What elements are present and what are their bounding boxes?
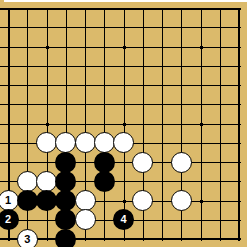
intersection (114, 152, 133, 171)
intersection (172, 172, 191, 191)
intersection (114, 18, 133, 37)
intersection (0, 18, 18, 37)
intersection (37, 0, 56, 18)
intersection (172, 95, 191, 114)
intersection (56, 0, 75, 18)
intersection (56, 133, 75, 152)
intersection (56, 95, 75, 114)
intersection (114, 95, 133, 114)
intersection (133, 95, 152, 114)
intersection (18, 0, 37, 18)
intersection (18, 95, 37, 114)
intersection (152, 95, 171, 114)
intersection (191, 152, 210, 171)
intersection (56, 210, 75, 229)
intersection (75, 210, 94, 229)
intersection (152, 172, 171, 191)
intersection (172, 0, 191, 18)
intersection (56, 114, 75, 133)
white-stone (36, 171, 57, 192)
intersection (210, 18, 229, 37)
intersection (95, 0, 114, 18)
white-stone (17, 171, 38, 192)
intersection (0, 95, 18, 114)
intersection (152, 18, 171, 37)
intersection (152, 133, 171, 152)
intersection (75, 229, 94, 247)
intersection (37, 18, 56, 37)
go-board-diagram: 1243 (0, 0, 247, 247)
intersection (229, 229, 247, 247)
intersection (133, 18, 152, 37)
move-number-label: 2 (5, 214, 11, 225)
page-edge-strip (4, 0, 247, 2)
intersection (0, 56, 18, 75)
intersection (229, 114, 247, 133)
intersection (56, 18, 75, 37)
intersection (95, 229, 114, 247)
intersection (133, 172, 152, 191)
intersection (191, 95, 210, 114)
black-stone (94, 171, 115, 192)
black-stone-move-2: 2 (0, 209, 19, 230)
intersection (37, 114, 56, 133)
black-stone (17, 190, 38, 211)
black-stone (36, 190, 57, 211)
intersection (95, 56, 114, 75)
intersection (172, 37, 191, 56)
intersection (152, 75, 171, 94)
intersection (95, 191, 114, 210)
white-stone (132, 152, 153, 173)
intersection (114, 172, 133, 191)
intersection (0, 75, 18, 94)
intersection: 4 (114, 210, 133, 229)
intersection (18, 75, 37, 94)
intersection (172, 18, 191, 37)
intersection (210, 75, 229, 94)
intersection (172, 75, 191, 94)
intersection (229, 37, 247, 56)
intersection (37, 75, 56, 94)
white-stone (75, 132, 96, 153)
intersection (191, 191, 210, 210)
intersection (56, 191, 75, 210)
white-stone (171, 190, 192, 211)
intersection (172, 191, 191, 210)
move-number-label: 4 (120, 214, 126, 225)
intersection (114, 75, 133, 94)
intersection (172, 210, 191, 229)
black-stone (55, 229, 76, 247)
intersection (152, 37, 171, 56)
intersection (229, 172, 247, 191)
intersection (56, 172, 75, 191)
intersection (229, 191, 247, 210)
intersection (152, 152, 171, 171)
intersection (191, 229, 210, 247)
intersection (191, 0, 210, 18)
intersection (229, 152, 247, 171)
intersection (37, 172, 56, 191)
white-stone-move-1: 1 (0, 190, 19, 211)
intersection (18, 191, 37, 210)
intersection (56, 56, 75, 75)
intersection (152, 0, 171, 18)
intersection (114, 133, 133, 152)
intersection (37, 56, 56, 75)
move-number-label: 1 (5, 195, 11, 206)
intersection (37, 152, 56, 171)
intersection (37, 133, 56, 152)
intersection (191, 172, 210, 191)
intersection (133, 210, 152, 229)
intersection (114, 0, 133, 18)
black-stone (55, 171, 76, 192)
black-stone-move-4: 4 (113, 209, 134, 230)
intersection: 2 (0, 210, 18, 229)
intersection (0, 229, 18, 247)
intersection (210, 133, 229, 152)
intersection (75, 95, 94, 114)
go-board: 1243 (0, 0, 247, 247)
white-stone (113, 132, 134, 153)
white-stone (75, 190, 96, 211)
intersection (133, 75, 152, 94)
intersection (172, 152, 191, 171)
intersection (191, 133, 210, 152)
intersection (37, 210, 56, 229)
intersection (114, 37, 133, 56)
intersection (210, 229, 229, 247)
intersection (172, 133, 191, 152)
intersection (210, 172, 229, 191)
white-stone (75, 209, 96, 230)
intersection (114, 114, 133, 133)
intersection (37, 229, 56, 247)
intersection (191, 37, 210, 56)
intersection (95, 210, 114, 229)
intersection (56, 152, 75, 171)
intersection (95, 75, 114, 94)
intersection (0, 37, 18, 56)
intersection (229, 0, 247, 18)
intersection (191, 210, 210, 229)
black-stone (55, 190, 76, 211)
intersection (56, 75, 75, 94)
intersection (0, 172, 18, 191)
black-stone (94, 152, 115, 173)
intersection (229, 56, 247, 75)
intersection (37, 37, 56, 56)
intersection (133, 37, 152, 56)
intersection (75, 114, 94, 133)
intersection (152, 56, 171, 75)
intersection (133, 0, 152, 18)
intersection (75, 0, 94, 18)
intersection: 3 (18, 229, 37, 247)
intersection (152, 191, 171, 210)
intersection (95, 152, 114, 171)
intersection (229, 95, 247, 114)
intersection (229, 75, 247, 94)
intersection (75, 37, 94, 56)
white-stone (171, 152, 192, 173)
intersection (210, 152, 229, 171)
intersection (56, 37, 75, 56)
intersection (18, 210, 37, 229)
intersection (210, 56, 229, 75)
intersection (191, 56, 210, 75)
white-stone (55, 132, 76, 153)
intersection (0, 0, 18, 18)
intersection (0, 133, 18, 152)
intersection (18, 37, 37, 56)
intersection (18, 114, 37, 133)
intersection (133, 114, 152, 133)
intersection (210, 37, 229, 56)
intersection (133, 191, 152, 210)
intersection (18, 152, 37, 171)
intersection (114, 56, 133, 75)
intersection (18, 18, 37, 37)
white-stone (94, 132, 115, 153)
intersection (95, 37, 114, 56)
intersection (152, 114, 171, 133)
intersection (210, 0, 229, 18)
intersection (152, 229, 171, 247)
intersection (172, 56, 191, 75)
intersection (75, 133, 94, 152)
intersection (0, 114, 18, 133)
intersection (114, 191, 133, 210)
intersection (229, 210, 247, 229)
intersection (0, 152, 18, 171)
intersection (191, 114, 210, 133)
intersection (95, 114, 114, 133)
intersection (95, 172, 114, 191)
intersection (75, 152, 94, 171)
intersection (114, 229, 133, 247)
intersection (75, 191, 94, 210)
intersection (191, 75, 210, 94)
intersection (229, 133, 247, 152)
intersection (18, 172, 37, 191)
black-stone (55, 152, 76, 173)
intersection (210, 191, 229, 210)
intersection (152, 210, 171, 229)
intersection (210, 95, 229, 114)
intersection (75, 56, 94, 75)
intersection (56, 229, 75, 247)
intersection (75, 75, 94, 94)
intersection (75, 172, 94, 191)
intersection (75, 18, 94, 37)
intersection (95, 18, 114, 37)
white-stone-move-3: 3 (17, 229, 38, 247)
intersection (172, 229, 191, 247)
intersection (37, 95, 56, 114)
intersection (133, 56, 152, 75)
black-stone (55, 209, 76, 230)
intersection (229, 18, 247, 37)
intersection (18, 133, 37, 152)
intersection (133, 229, 152, 247)
intersection (210, 114, 229, 133)
intersection (133, 133, 152, 152)
move-number-label: 3 (24, 234, 30, 245)
intersection: 1 (0, 191, 18, 210)
white-stone (36, 132, 57, 153)
intersection (37, 191, 56, 210)
intersection (18, 56, 37, 75)
intersection (191, 18, 210, 37)
intersection (95, 95, 114, 114)
intersection (133, 152, 152, 171)
white-stone (132, 190, 153, 211)
intersection (95, 133, 114, 152)
intersection (172, 114, 191, 133)
intersection (210, 210, 229, 229)
